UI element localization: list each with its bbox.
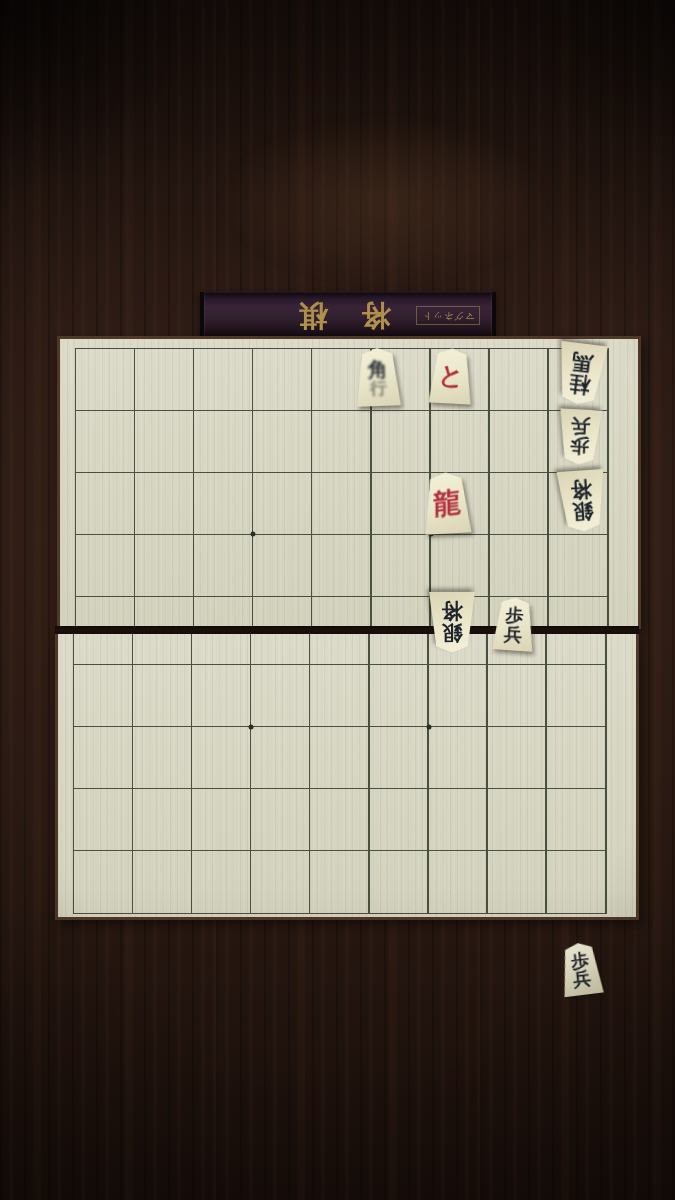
piece-kanji: 銀将: [570, 477, 594, 522]
piece-face: 歩兵: [557, 941, 605, 998]
piece-face: 銀将: [428, 592, 477, 653]
silver-piece[interactable]: 銀将: [428, 592, 477, 653]
piece-kanji: 桂馬: [568, 350, 594, 396]
piece-face: 龍: [421, 471, 473, 534]
piece-face: 歩兵: [556, 408, 604, 465]
piece-kanji: 歩兵: [504, 606, 525, 645]
tokin-piece[interactable]: と: [427, 347, 475, 404]
piece-kanji: 龍: [432, 488, 461, 519]
piece-face: 銀将: [555, 469, 609, 533]
piece-kanji: 銀将: [442, 599, 463, 643]
pawn-piece[interactable]: 歩兵: [556, 408, 604, 465]
piece-kanji: と: [438, 363, 465, 390]
knight-piece[interactable]: 桂馬: [552, 341, 609, 408]
piece-kanji: 歩兵: [570, 951, 592, 990]
pawn-piece[interactable]: 歩兵: [491, 596, 538, 652]
silver-piece[interactable]: 銀将: [555, 469, 609, 533]
piece-face: と: [427, 347, 475, 404]
pieces-layer: 角行と桂馬歩兵銀将龍銀将歩兵歩兵: [0, 0, 675, 1200]
piece-kanji: 歩兵: [570, 415, 591, 455]
piece-face: 歩兵: [491, 596, 538, 652]
piece-face: 桂馬: [552, 341, 609, 408]
offboard-pawn-piece[interactable]: 歩兵: [557, 941, 605, 998]
table-background: { "game": "shogi", "scene": { "descripti…: [0, 0, 675, 1200]
piece-kanji: 角行: [367, 359, 388, 398]
promoted-rook-piece[interactable]: 龍: [421, 471, 473, 534]
piece-face: 角行: [354, 347, 403, 407]
bishop-piece[interactable]: 角行: [354, 347, 403, 407]
